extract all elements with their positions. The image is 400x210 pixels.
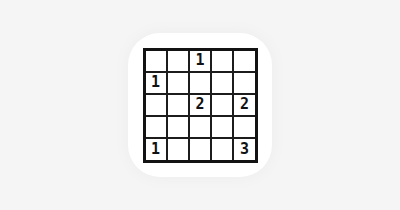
- cell-r5c4: [212, 139, 232, 159]
- cell-r3c3: 2: [190, 95, 210, 115]
- cell-r5c2: [168, 139, 188, 159]
- cell-r2c2: [168, 73, 188, 93]
- cell-r2c3: [190, 73, 210, 93]
- cell-r5c3: [190, 139, 210, 159]
- cell-r5c1: 1: [146, 139, 166, 159]
- cell-r1c3: 1: [190, 51, 210, 71]
- cell-r3c2: [168, 95, 188, 115]
- puzzle-app-icon-card: 112213: [128, 33, 272, 177]
- cell-r4c5: [234, 117, 254, 137]
- cell-r3c1: [146, 95, 166, 115]
- cell-r2c1: 1: [146, 73, 166, 93]
- cell-r1c1: [146, 51, 166, 71]
- cell-r1c4: [212, 51, 232, 71]
- puzzle-grid: 112213: [143, 48, 258, 163]
- cell-r3c5: 2: [234, 95, 254, 115]
- cell-r3c4: [212, 95, 232, 115]
- cell-r4c4: [212, 117, 232, 137]
- cell-r4c2: [168, 117, 188, 137]
- cell-r4c3: [190, 117, 210, 137]
- cell-r1c5: [234, 51, 254, 71]
- cell-r1c2: [168, 51, 188, 71]
- cell-r2c5: [234, 73, 254, 93]
- cell-r2c4: [212, 73, 232, 93]
- cell-r5c5: 3: [234, 139, 254, 159]
- cell-r4c1: [146, 117, 166, 137]
